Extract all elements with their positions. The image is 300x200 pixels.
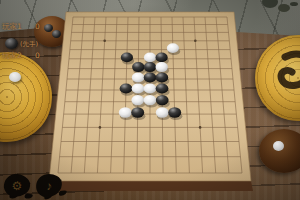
stone-white (132, 83, 145, 93)
stone-white (156, 62, 168, 72)
stone-black (156, 95, 169, 105)
stone-black (132, 62, 144, 72)
stone-white (156, 107, 169, 117)
stone-white (119, 107, 132, 117)
board-front-edge (47, 181, 253, 191)
stone-black (144, 73, 157, 83)
stone-black (144, 62, 156, 72)
game-scene: 玩家1 0 (先手) 玩家2 0 ⚙ ♪ (0, 0, 300, 200)
stone-black (156, 53, 168, 63)
star-point (199, 126, 202, 129)
stone-white (144, 95, 157, 105)
gear-icon: ⚙ (11, 179, 23, 192)
turn-label: (先手) (20, 40, 38, 49)
stone-white (132, 73, 145, 83)
music-note-icon: ♪ (45, 179, 52, 192)
player1-label: 玩家1 (2, 22, 22, 31)
stone-black (168, 107, 181, 117)
player1-score: 0 (35, 22, 40, 31)
stone-white (144, 53, 156, 63)
black-stone-icon (5, 38, 18, 49)
stone-white (131, 95, 144, 105)
stone-black (156, 83, 169, 93)
star-point (194, 40, 197, 43)
stone-black (120, 83, 133, 93)
star-point (103, 40, 106, 43)
go-board[interactable] (0, 0, 300, 200)
player1-row: 玩家1 0 (2, 22, 22, 32)
player2-row: 玩家2 0 (2, 51, 22, 61)
stone-white (167, 43, 179, 53)
player2-label: 玩家2 (2, 51, 22, 60)
stone-white (144, 83, 157, 93)
player2-score: 0 (35, 51, 40, 60)
stone-black (156, 73, 169, 83)
stone-black (131, 107, 144, 117)
star-point (99, 126, 102, 129)
stone-black (121, 53, 133, 63)
